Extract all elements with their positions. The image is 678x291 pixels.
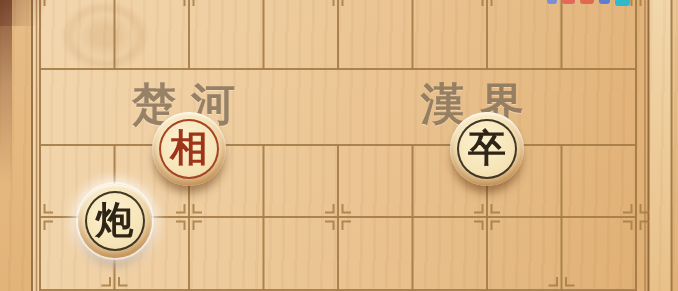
piece-face: 卒: [457, 119, 517, 179]
logo-fragment: [547, 0, 557, 4]
piece-red-elephant[interactable]: 相: [152, 112, 226, 186]
piece-black-cannon[interactable]: 炮: [78, 184, 152, 258]
wood-knot: [62, 2, 148, 70]
right-frame-band-dark: [671, 0, 678, 291]
piece-face: 炮: [85, 191, 145, 251]
logo-fragment: [562, 0, 575, 4]
left-frame-band: [0, 0, 31, 291]
logo-fragment: [599, 0, 610, 4]
logo-fragment: [580, 0, 594, 4]
piece-glyph: 相: [170, 129, 208, 167]
piece-black-soldier[interactable]: 卒: [450, 112, 524, 186]
logo-fragment: [615, 0, 630, 6]
piece-glyph: 炮: [96, 201, 134, 239]
partial-logo: [0, 0, 678, 8]
right-frame-band-light: [649, 0, 671, 291]
piece-glyph: 卒: [468, 129, 506, 167]
piece-face: 相: [159, 119, 219, 179]
xiangqi-screenshot: 楚河 漢界 相 卒 炮: [0, 0, 678, 291]
